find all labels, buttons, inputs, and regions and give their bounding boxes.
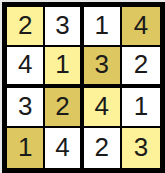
- cell-value: 3: [134, 134, 148, 160]
- sudoku-cell-r1c1[interactable]: 2: [7, 7, 45, 47]
- cell-value: 4: [94, 93, 108, 119]
- cell-value: 1: [134, 93, 148, 119]
- cell-value: 2: [94, 134, 108, 160]
- cell-value: 3: [94, 51, 108, 77]
- cell-value: 1: [55, 51, 69, 77]
- cell-value: 4: [134, 12, 148, 38]
- sudoku-cell-r4c2[interactable]: 4: [45, 128, 83, 168]
- cell-value: 1: [18, 134, 32, 160]
- sudoku-cell-r1c3[interactable]: 1: [84, 7, 122, 47]
- sudoku-cell-r2c3[interactable]: 3: [84, 47, 122, 87]
- cell-value: 3: [18, 93, 32, 119]
- sudoku-cell-r3c1[interactable]: 3: [7, 88, 45, 128]
- sudoku-cell-r4c3[interactable]: 2: [84, 128, 122, 168]
- sudoku-cell-r1c2[interactable]: 3: [45, 7, 83, 47]
- sudoku-cell-r3c3[interactable]: 4: [84, 88, 122, 128]
- sudoku-cell-r4c1[interactable]: 1: [7, 128, 45, 168]
- sudoku-cell-r3c4[interactable]: 1: [122, 88, 160, 128]
- cell-value: 2: [18, 12, 32, 38]
- sudoku-board: 2314413232411423: [7, 7, 160, 168]
- sudoku-cell-r1c4[interactable]: 4: [122, 7, 160, 47]
- sudoku-cell-r2c1[interactable]: 4: [7, 47, 45, 87]
- cell-value: 2: [55, 93, 69, 119]
- sudoku-cell-r3c2[interactable]: 2: [45, 88, 83, 128]
- sudoku-cell-r2c2[interactable]: 1: [45, 47, 83, 87]
- cell-value: 2: [134, 51, 148, 77]
- cell-value: 4: [55, 134, 69, 160]
- cell-value: 3: [55, 12, 69, 38]
- sudoku-cell-r2c4[interactable]: 2: [122, 47, 160, 87]
- cell-value: 4: [18, 51, 32, 77]
- sudoku-cell-r4c4[interactable]: 3: [122, 128, 160, 168]
- cell-value: 1: [94, 12, 108, 38]
- sudoku-frame: 2314413232411423: [2, 2, 165, 173]
